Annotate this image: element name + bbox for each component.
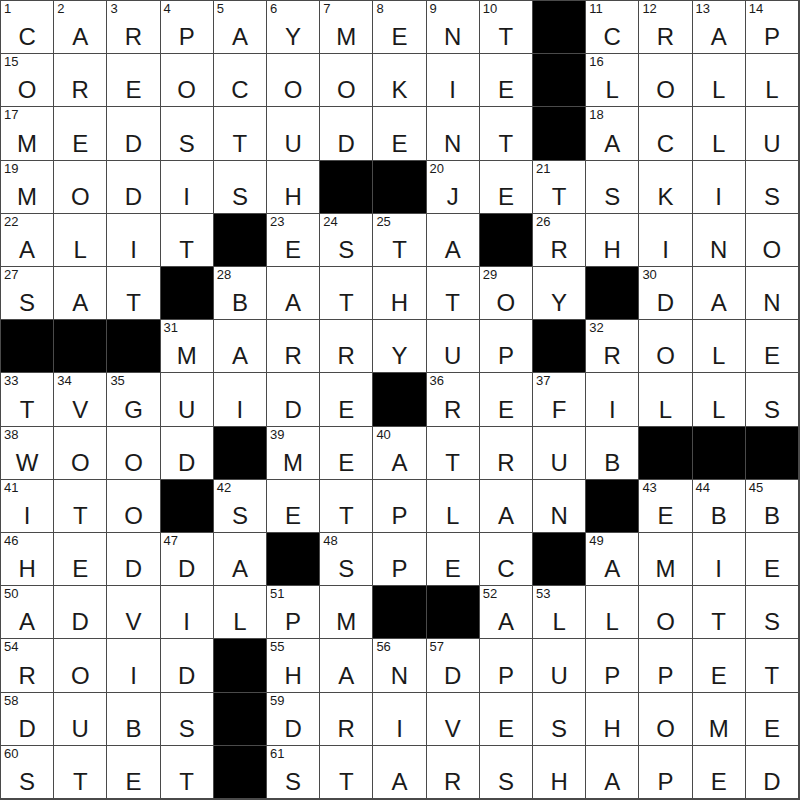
letter: D — [320, 132, 372, 156]
cell-r2c9[interactable]: I — [427, 54, 480, 107]
cell-r11c15[interactable]: E — [746, 533, 799, 586]
cell-r3c15[interactable]: U — [746, 107, 799, 160]
cell-r14c8[interactable]: I — [373, 693, 426, 746]
cell-r2c14[interactable]: L — [693, 54, 746, 107]
cell-r14c7[interactable]: R — [320, 693, 373, 746]
letter: R — [267, 344, 319, 368]
cell-r10c6[interactable]: E — [267, 480, 320, 533]
cell-r15c11[interactable]: H — [533, 746, 586, 799]
cell-r7c10[interactable]: P — [480, 320, 533, 373]
letter: H — [267, 664, 319, 688]
cell-r15c3[interactable]: E — [107, 746, 160, 799]
letter: L — [639, 398, 691, 422]
cell-r9c11[interactable]: U — [533, 427, 586, 480]
cell-r5c12[interactable]: H — [586, 214, 639, 267]
clue-number: 13 — [696, 2, 710, 17]
letter: P — [161, 25, 213, 49]
letter: U — [427, 344, 479, 368]
letter: I — [161, 185, 213, 209]
letter: D — [267, 398, 319, 422]
cell-r11c13[interactable]: M — [639, 533, 692, 586]
cell-r6c5[interactable]: 28B — [214, 267, 267, 320]
cell-r7c14[interactable]: L — [693, 320, 746, 373]
cell-r12c14[interactable]: T — [693, 586, 746, 639]
cell-r9c12[interactable]: B — [586, 427, 639, 480]
letter: M — [639, 557, 691, 581]
cell-r8c3[interactable]: 35G — [107, 373, 160, 426]
letter: O — [480, 291, 532, 315]
letter: P — [746, 25, 798, 49]
letter: L — [586, 610, 638, 634]
black-cell-r7c1 — [1, 320, 54, 373]
cell-r7c9[interactable]: U — [427, 320, 480, 373]
cell-r5c13[interactable]: I — [639, 214, 692, 267]
cell-r3c4[interactable]: S — [161, 107, 214, 160]
clue-number: 38 — [4, 428, 18, 443]
cell-r4c6[interactable]: H — [267, 161, 320, 214]
cell-r2c3[interactable]: E — [107, 54, 160, 107]
cell-r12c12[interactable]: L — [586, 586, 639, 639]
cell-r12c15[interactable]: S — [746, 586, 799, 639]
cell-r4c13[interactable]: K — [639, 161, 692, 214]
cell-r8c6[interactable]: D — [267, 373, 320, 426]
cell-r8c10[interactable]: E — [480, 373, 533, 426]
cell-r7c6[interactable]: R — [267, 320, 320, 373]
cell-r1c9[interactable]: 9N — [427, 1, 480, 54]
letter: S — [746, 610, 798, 634]
cell-r9c7[interactable]: E — [320, 427, 373, 480]
letter: C — [639, 132, 691, 156]
clue-number: 4 — [164, 2, 171, 17]
cell-r1c4[interactable]: 4P — [161, 1, 214, 54]
letter: R — [1, 664, 53, 688]
clue-number: 45 — [749, 481, 763, 496]
cell-r13c10[interactable]: P — [480, 639, 533, 692]
letter: P — [480, 344, 532, 368]
clue-number: 17 — [4, 108, 18, 123]
cell-r8c1[interactable]: 33T — [1, 373, 54, 426]
clue-number: 46 — [4, 534, 18, 549]
letter: A — [214, 25, 266, 49]
cell-r5c7[interactable]: 24S — [320, 214, 373, 267]
clue-number: 27 — [4, 268, 18, 283]
cell-r10c9[interactable]: L — [427, 480, 480, 533]
cell-r13c12[interactable]: P — [586, 639, 639, 692]
black-cell-r9c14 — [693, 427, 746, 480]
cell-r5c15[interactable]: O — [746, 214, 799, 267]
cell-r13c14[interactable]: E — [693, 639, 746, 692]
letter: T — [320, 770, 372, 794]
cell-r6c15[interactable]: N — [746, 267, 799, 320]
cell-r14c10[interactable]: E — [480, 693, 533, 746]
cell-r2c12[interactable]: 16L — [586, 54, 639, 107]
cell-r10c13[interactable]: 43E — [639, 480, 692, 533]
letter: S — [480, 770, 532, 794]
cell-r11c8[interactable]: P — [373, 533, 426, 586]
cell-r14c2[interactable]: U — [54, 693, 107, 746]
cell-r12c3[interactable]: V — [107, 586, 160, 639]
cell-r2c5[interactable]: C — [214, 54, 267, 107]
letter: U — [161, 398, 213, 422]
cell-r10c8[interactable]: P — [373, 480, 426, 533]
cell-r11c1[interactable]: 46H — [1, 533, 54, 586]
letter: B — [693, 504, 745, 528]
cell-r6c11[interactable]: Y — [533, 267, 586, 320]
cell-r9c10[interactable]: R — [480, 427, 533, 480]
cell-r9c2[interactable]: O — [54, 427, 107, 480]
cell-r15c1[interactable]: 60S — [1, 746, 54, 799]
cell-r9c1[interactable]: 38W — [1, 427, 54, 480]
clue-number: 48 — [323, 534, 337, 549]
letter: S — [214, 185, 266, 209]
cell-r1c6[interactable]: 6Y — [267, 1, 320, 54]
cell-r5c4[interactable]: T — [161, 214, 214, 267]
cell-r5c14[interactable]: N — [693, 214, 746, 267]
cell-r7c8[interactable]: Y — [373, 320, 426, 373]
clue-number: 60 — [4, 747, 18, 762]
cell-r3c8[interactable]: E — [373, 107, 426, 160]
letter: S — [320, 238, 372, 262]
cell-r4c2[interactable]: O — [54, 161, 107, 214]
cell-r10c2[interactable]: T — [54, 480, 107, 533]
black-cell-r3c11 — [533, 107, 586, 160]
letter: L — [693, 398, 745, 422]
letter: I — [693, 557, 745, 581]
letter: L — [693, 344, 745, 368]
cell-r15c14[interactable]: E — [693, 746, 746, 799]
cell-r5c2[interactable]: L — [54, 214, 107, 267]
clue-number: 10 — [483, 2, 497, 17]
clue-number: 30 — [642, 268, 656, 283]
cell-r13c11[interactable]: U — [533, 639, 586, 692]
cell-r6c1[interactable]: 27S — [1, 267, 54, 320]
cell-r12c1[interactable]: 50A — [1, 586, 54, 639]
cell-r4c15[interactable]: S — [746, 161, 799, 214]
cell-r3c13[interactable]: C — [639, 107, 692, 160]
cell-r12c13[interactable]: O — [639, 586, 692, 639]
cell-r15c2[interactable]: T — [54, 746, 107, 799]
cell-r12c10[interactable]: 52A — [480, 586, 533, 639]
cell-r5c9[interactable]: A — [427, 214, 480, 267]
cell-r3c12[interactable]: 18A — [586, 107, 639, 160]
cell-r1c14[interactable]: 13A — [693, 1, 746, 54]
cell-r15c7[interactable]: T — [320, 746, 373, 799]
cell-r8c11[interactable]: 37F — [533, 373, 586, 426]
cell-r13c3[interactable]: I — [107, 639, 160, 692]
cell-r13c7[interactable]: A — [320, 639, 373, 692]
cell-r13c15[interactable]: T — [746, 639, 799, 692]
cell-r4c1[interactable]: 19M — [1, 161, 54, 214]
clue-number: 20 — [430, 162, 444, 177]
letter: A — [586, 770, 638, 794]
letter: H — [586, 238, 638, 262]
letter: A — [320, 664, 372, 688]
cell-r13c13[interactable]: P — [639, 639, 692, 692]
letter: S — [267, 770, 319, 794]
cell-r14c1[interactable]: 58D — [1, 693, 54, 746]
cell-r2c15[interactable]: L — [746, 54, 799, 107]
cell-r15c4[interactable]: T — [161, 746, 214, 799]
cell-r14c9[interactable]: V — [427, 693, 480, 746]
cell-r9c8[interactable]: 40A — [373, 427, 426, 480]
letter: E — [427, 557, 479, 581]
letter: O — [320, 78, 372, 102]
cell-r4c3[interactable]: D — [107, 161, 160, 214]
cell-r7c5[interactable]: A — [214, 320, 267, 373]
cell-r14c13[interactable]: O — [639, 693, 692, 746]
cell-r8c12[interactable]: I — [586, 373, 639, 426]
letter: E — [107, 770, 159, 794]
cell-r7c12[interactable]: 32R — [586, 320, 639, 373]
cell-r1c13[interactable]: 12R — [639, 1, 692, 54]
cell-r10c14[interactable]: 44B — [693, 480, 746, 533]
cell-r12c4[interactable]: I — [161, 586, 214, 639]
cell-r2c10[interactable]: E — [480, 54, 533, 107]
letter: E — [373, 132, 425, 156]
letter: T — [161, 238, 213, 262]
clue-number: 40 — [376, 428, 390, 443]
letter: L — [746, 78, 798, 102]
letter: G — [107, 398, 159, 422]
letter: N — [373, 664, 425, 688]
cell-r6c3[interactable]: T — [107, 267, 160, 320]
cell-r14c4[interactable]: S — [161, 693, 214, 746]
cell-r10c1[interactable]: 41I — [1, 480, 54, 533]
cell-r12c7[interactable]: M — [320, 586, 373, 639]
letter: L — [54, 238, 106, 262]
cell-r15c10[interactable]: S — [480, 746, 533, 799]
cell-r5c6[interactable]: 23E — [267, 214, 320, 267]
cell-r13c4[interactable]: D — [161, 639, 214, 692]
clue-number: 54 — [4, 640, 18, 655]
letter: P — [639, 664, 691, 688]
letter: L — [533, 610, 585, 634]
clue-number: 8 — [376, 2, 383, 17]
cell-r8c15[interactable]: S — [746, 373, 799, 426]
letter: A — [586, 557, 638, 581]
letter: U — [533, 664, 585, 688]
cell-r11c3[interactable]: D — [107, 533, 160, 586]
letter: M — [320, 610, 372, 634]
cell-r13c2[interactable]: O — [54, 639, 107, 692]
cell-r8c4[interactable]: U — [161, 373, 214, 426]
cell-r7c7[interactable]: R — [320, 320, 373, 373]
cell-r13c9[interactable]: 57D — [427, 639, 480, 692]
cell-r7c4[interactable]: 31M — [161, 320, 214, 373]
clue-number: 52 — [483, 587, 497, 602]
cell-r1c12[interactable]: 11C — [586, 1, 639, 54]
cell-r6c8[interactable]: H — [373, 267, 426, 320]
cell-r4c11[interactable]: 21T — [533, 161, 586, 214]
cell-r12c6[interactable]: 51P — [267, 586, 320, 639]
cell-r2c4[interactable]: O — [161, 54, 214, 107]
letter: A — [373, 770, 425, 794]
letter: I — [1, 504, 53, 528]
letter: R — [533, 238, 585, 262]
cell-r5c11[interactable]: 26R — [533, 214, 586, 267]
cell-r2c7[interactable]: O — [320, 54, 373, 107]
cell-r11c4[interactable]: 47D — [161, 533, 214, 586]
cell-r3c7[interactable]: D — [320, 107, 373, 160]
cell-r6c6[interactable]: A — [267, 267, 320, 320]
cell-r10c10[interactable]: A — [480, 480, 533, 533]
cell-r2c1[interactable]: 15O — [1, 54, 54, 107]
cell-r14c15[interactable]: E — [746, 693, 799, 746]
clue-number: 1 — [4, 2, 11, 17]
letter: Y — [373, 344, 425, 368]
letter: J — [427, 185, 479, 209]
letter: S — [746, 398, 798, 422]
clue-number: 47 — [164, 534, 178, 549]
cell-r13c6[interactable]: 55H — [267, 639, 320, 692]
cell-r4c10[interactable]: E — [480, 161, 533, 214]
letter: T — [373, 238, 425, 262]
cell-r1c1[interactable]: 1C — [1, 1, 54, 54]
cell-r5c3[interactable]: I — [107, 214, 160, 267]
letter: I — [214, 398, 266, 422]
letter: N — [427, 25, 479, 49]
cell-r1c2[interactable]: 2A — [54, 1, 107, 54]
clue-number: 22 — [4, 215, 18, 230]
clue-number: 2 — [57, 2, 64, 17]
cell-r15c15[interactable]: D — [746, 746, 799, 799]
cell-r8c14[interactable]: L — [693, 373, 746, 426]
cell-r10c15[interactable]: 45B — [746, 480, 799, 533]
cell-r6c9[interactable]: T — [427, 267, 480, 320]
cell-r9c4[interactable]: D — [161, 427, 214, 480]
cell-r14c11[interactable]: S — [533, 693, 586, 746]
letter: A — [693, 291, 745, 315]
black-cell-r9c13 — [639, 427, 692, 480]
letter: E — [480, 398, 532, 422]
cell-r7c13[interactable]: O — [639, 320, 692, 373]
cell-r15c13[interactable]: P — [639, 746, 692, 799]
letter: I — [161, 610, 213, 634]
cell-r4c5[interactable]: S — [214, 161, 267, 214]
cell-r14c6[interactable]: 59D — [267, 693, 320, 746]
cell-r4c9[interactable]: 20J — [427, 161, 480, 214]
cell-r13c1[interactable]: 54R — [1, 639, 54, 692]
cell-r5c8[interactable]: 25T — [373, 214, 426, 267]
cell-r8c7[interactable]: E — [320, 373, 373, 426]
cell-r15c9[interactable]: R — [427, 746, 480, 799]
letter: S — [161, 717, 213, 741]
cell-r1c7[interactable]: 7M — [320, 1, 373, 54]
letter: R — [320, 717, 372, 741]
letter: A — [373, 451, 425, 475]
cell-r6c2[interactable]: A — [54, 267, 107, 320]
black-cell-r5c10 — [480, 214, 533, 267]
cell-r11c5[interactable]: A — [214, 533, 267, 586]
cell-r10c11[interactable]: N — [533, 480, 586, 533]
cell-r8c9[interactable]: 36R — [427, 373, 480, 426]
cell-r15c8[interactable]: A — [373, 746, 426, 799]
cell-r15c12[interactable]: A — [586, 746, 639, 799]
cell-r3c9[interactable]: N — [427, 107, 480, 160]
black-cell-r11c11 — [533, 533, 586, 586]
cell-r6c13[interactable]: 30D — [639, 267, 692, 320]
letter: W — [1, 451, 53, 475]
cell-r12c2[interactable]: D — [54, 586, 107, 639]
cell-r3c10[interactable]: T — [480, 107, 533, 160]
letter: E — [373, 25, 425, 49]
cell-r3c6[interactable]: U — [267, 107, 320, 160]
cell-r4c14[interactable]: I — [693, 161, 746, 214]
cell-r9c6[interactable]: 39M — [267, 427, 320, 480]
letter: T — [427, 451, 479, 475]
cell-r6c7[interactable]: T — [320, 267, 373, 320]
cell-r11c2[interactable]: E — [54, 533, 107, 586]
clue-number: 5 — [217, 2, 224, 17]
black-cell-r10c4 — [161, 480, 214, 533]
cell-r14c14[interactable]: M — [693, 693, 746, 746]
cell-r3c2[interactable]: E — [54, 107, 107, 160]
cell-r9c3[interactable]: O — [107, 427, 160, 480]
cell-r3c1[interactable]: 17M — [1, 107, 54, 160]
cell-r10c7[interactable]: T — [320, 480, 373, 533]
cell-r3c5[interactable]: T — [214, 107, 267, 160]
cell-r1c15[interactable]: 14P — [746, 1, 799, 54]
cell-r10c3[interactable]: O — [107, 480, 160, 533]
cell-r7c15[interactable]: E — [746, 320, 799, 373]
clue-number: 51 — [270, 587, 284, 602]
clue-number: 57 — [430, 640, 444, 655]
clue-number: 34 — [57, 374, 71, 389]
letter: A — [427, 238, 479, 262]
cell-r11c10[interactable]: C — [480, 533, 533, 586]
cell-r11c12[interactable]: 49A — [586, 533, 639, 586]
cell-r1c5[interactable]: 5A — [214, 1, 267, 54]
cell-r6c14[interactable]: A — [693, 267, 746, 320]
letter: V — [427, 717, 479, 741]
cell-r2c2[interactable]: R — [54, 54, 107, 107]
cell-r12c5[interactable]: L — [214, 586, 267, 639]
cell-r4c12[interactable]: S — [586, 161, 639, 214]
cell-r14c3[interactable]: B — [107, 693, 160, 746]
cell-r1c10[interactable]: 10T — [480, 1, 533, 54]
letter: N — [693, 238, 745, 262]
cell-r13c8[interactable]: 56N — [373, 639, 426, 692]
cell-r5c1[interactable]: 22A — [1, 214, 54, 267]
cell-r8c13[interactable]: L — [639, 373, 692, 426]
letter: C — [1, 25, 53, 49]
cell-r3c3[interactable]: D — [107, 107, 160, 160]
clue-number: 58 — [4, 694, 18, 709]
cell-r14c12[interactable]: H — [586, 693, 639, 746]
letter: T — [107, 291, 159, 315]
cell-r8c5[interactable]: I — [214, 373, 267, 426]
cell-r12c11[interactable]: 53L — [533, 586, 586, 639]
cell-r15c6[interactable]: 61S — [267, 746, 320, 799]
cell-r4c4[interactable]: I — [161, 161, 214, 214]
cell-r8c2[interactable]: 34V — [54, 373, 107, 426]
cell-r2c6[interactable]: O — [267, 54, 320, 107]
cell-r3c14[interactable]: L — [693, 107, 746, 160]
cell-r2c13[interactable]: O — [639, 54, 692, 107]
cell-r1c3[interactable]: 3R — [107, 1, 160, 54]
clue-number: 61 — [270, 747, 284, 762]
letter: S — [533, 717, 585, 741]
letter: D — [161, 557, 213, 581]
cell-r11c14[interactable]: I — [693, 533, 746, 586]
cell-r1c8[interactable]: 8E — [373, 1, 426, 54]
cell-r10c5[interactable]: 42S — [214, 480, 267, 533]
cell-r11c7[interactable]: 48S — [320, 533, 373, 586]
cell-r2c8[interactable]: K — [373, 54, 426, 107]
cell-r6c10[interactable]: 29O — [480, 267, 533, 320]
cell-r9c9[interactable]: T — [427, 427, 480, 480]
cell-r11c9[interactable]: E — [427, 533, 480, 586]
